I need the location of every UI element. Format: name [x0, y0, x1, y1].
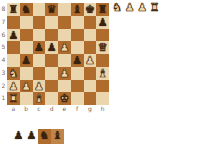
- square-g1[interactable]: [84, 92, 97, 105]
- black-pawn[interactable]: ♟: [96, 16, 109, 29]
- black-knight[interactable]: ♞: [20, 3, 33, 16]
- file-label-h: h: [96, 105, 109, 112]
- white-pawn[interactable]: ♟: [58, 67, 71, 80]
- rank-label-1: 1: [0, 92, 7, 105]
- chess-app: 87654321 ♜♞♛♝♚♜♟♟♟♟♟♛♟♟♟♞♟♝♟♟♟♜♝♚ abcdef…: [0, 0, 200, 150]
- rank-label-5: 5: [0, 41, 7, 54]
- file-label-f: f: [71, 105, 84, 112]
- file-label-a: a: [7, 105, 20, 112]
- square-e3[interactable]: ♟: [58, 67, 71, 80]
- captured-black-pawn: ♟: [12, 129, 25, 144]
- file-label-g: g: [84, 105, 97, 112]
- captured-white-pawn: ♟: [124, 1, 137, 15]
- square-e1[interactable]: ♚: [58, 92, 71, 105]
- square-b4[interactable]: ♟: [20, 54, 33, 67]
- black-queen[interactable]: ♛: [45, 3, 58, 16]
- white-king[interactable]: ♚: [58, 92, 71, 105]
- rank-label-2: 2: [0, 80, 7, 93]
- captured-slot: ♞: [38, 129, 51, 144]
- square-b1[interactable]: [20, 92, 33, 105]
- square-e4[interactable]: [58, 54, 71, 67]
- black-pawn[interactable]: ♟: [20, 54, 33, 67]
- white-pawn[interactable]: ♟: [58, 41, 71, 54]
- captured-white-tray: ♞♟♟♜: [111, 1, 161, 15]
- captured-slot: ♟: [12, 129, 25, 144]
- square-h6[interactable]: [96, 29, 109, 42]
- captured-black-tray: ♟♟♞♝: [12, 129, 64, 144]
- black-rook[interactable]: ♜: [96, 3, 109, 16]
- square-a1[interactable]: ♜: [7, 92, 20, 105]
- square-c2[interactable]: ♟: [33, 80, 46, 93]
- file-label-d: d: [45, 105, 58, 112]
- square-c6[interactable]: [33, 29, 46, 42]
- square-a5[interactable]: [7, 41, 20, 54]
- square-f6[interactable]: [71, 29, 84, 42]
- white-bishop[interactable]: ♝: [33, 92, 46, 105]
- square-h2[interactable]: [96, 80, 109, 93]
- square-e7[interactable]: [58, 16, 71, 29]
- square-d6[interactable]: [45, 29, 58, 42]
- square-h1[interactable]: [96, 92, 109, 105]
- square-h3[interactable]: ♝: [96, 67, 109, 80]
- square-d7[interactable]: [45, 16, 58, 29]
- rank-labels: 87654321: [0, 3, 7, 105]
- white-queen[interactable]: ♛: [96, 41, 109, 54]
- square-g2[interactable]: [84, 80, 97, 93]
- captured-slot: ♟: [25, 129, 38, 144]
- square-f8[interactable]: ♝: [71, 3, 84, 16]
- square-c8[interactable]: [33, 3, 46, 16]
- rank-label-3: 3: [0, 67, 7, 80]
- square-b5[interactable]: [20, 41, 33, 54]
- captured-slot: ♟: [124, 1, 137, 15]
- chess-board: ♜♞♛♝♚♜♟♟♟♟♟♛♟♟♟♞♟♝♟♟♟♜♝♚: [7, 3, 109, 105]
- square-f7[interactable]: [71, 16, 84, 29]
- square-e5[interactable]: ♟: [58, 41, 71, 54]
- captured-slot: ♜: [149, 1, 162, 15]
- square-c7[interactable]: [33, 16, 46, 29]
- captured-white-knight: ♞: [111, 1, 124, 15]
- square-f4[interactable]: ♟: [71, 54, 84, 67]
- square-a3[interactable]: ♞: [7, 67, 20, 80]
- rank-label-8: 8: [0, 3, 7, 16]
- captured-slot: ♝: [51, 129, 64, 144]
- square-c3[interactable]: [33, 67, 46, 80]
- square-f2[interactable]: [71, 80, 84, 93]
- square-a2[interactable]: ♟: [7, 80, 20, 93]
- square-h5[interactable]: ♛: [96, 41, 109, 54]
- captured-black-pawn: ♟: [25, 129, 38, 144]
- file-label-b: b: [20, 105, 33, 112]
- white-pawn[interactable]: ♟: [7, 80, 20, 93]
- square-a6[interactable]: ♟: [7, 29, 20, 42]
- black-rook[interactable]: ♜: [7, 3, 20, 16]
- white-pawn[interactable]: ♟: [33, 80, 46, 93]
- square-e8[interactable]: [58, 3, 71, 16]
- square-g7[interactable]: [84, 16, 97, 29]
- captured-white-rook: ♜: [149, 1, 162, 15]
- square-c1[interactable]: ♝: [33, 92, 46, 105]
- square-d1[interactable]: [45, 92, 58, 105]
- square-d8[interactable]: ♛: [45, 3, 58, 16]
- file-label-e: e: [58, 105, 71, 112]
- rank-label-6: 6: [0, 29, 7, 42]
- white-pawn[interactable]: ♟: [84, 54, 97, 67]
- black-pawn[interactable]: ♟: [33, 41, 46, 54]
- file-label-c: c: [33, 105, 46, 112]
- square-c4[interactable]: [33, 54, 46, 67]
- rank-label-4: 4: [0, 54, 7, 67]
- black-pawn[interactable]: ♟: [45, 41, 58, 54]
- square-a4[interactable]: [7, 54, 20, 67]
- rank-label-7: 7: [0, 16, 7, 29]
- square-b7[interactable]: [20, 16, 33, 29]
- white-rook[interactable]: ♜: [7, 92, 20, 105]
- black-pawn[interactable]: ♟: [71, 54, 84, 67]
- square-g3[interactable]: [84, 67, 97, 80]
- file-labels: abcdefgh: [7, 105, 109, 112]
- square-h8[interactable]: ♜: [96, 3, 109, 16]
- captured-black-bishop: ♝: [51, 129, 64, 144]
- square-f5[interactable]: [71, 41, 84, 54]
- square-f1[interactable]: [71, 92, 84, 105]
- square-d4[interactable]: [45, 54, 58, 67]
- captured-black-knight: ♞: [38, 129, 51, 144]
- square-g8[interactable]: ♚: [84, 3, 97, 16]
- black-bishop[interactable]: ♝: [71, 3, 84, 16]
- square-d2[interactable]: [45, 80, 58, 93]
- white-bishop[interactable]: ♝: [96, 67, 109, 80]
- square-a8[interactable]: ♜: [7, 3, 20, 16]
- square-b2[interactable]: ♟: [20, 80, 33, 93]
- square-h4[interactable]: [96, 54, 109, 67]
- square-g5[interactable]: [84, 41, 97, 54]
- white-knight[interactable]: ♞: [7, 67, 20, 80]
- square-b3[interactable]: [20, 67, 33, 80]
- square-g6[interactable]: [84, 29, 97, 42]
- square-e6[interactable]: [58, 29, 71, 42]
- square-b8[interactable]: ♞: [20, 3, 33, 16]
- square-d5[interactable]: ♟: [45, 41, 58, 54]
- square-h7[interactable]: ♟: [96, 16, 109, 29]
- square-b6[interactable]: [20, 29, 33, 42]
- square-g4[interactable]: ♟: [84, 54, 97, 67]
- white-pawn[interactable]: ♟: [20, 80, 33, 93]
- captured-slot: ♟: [136, 1, 149, 15]
- square-c5[interactable]: ♟: [33, 41, 46, 54]
- black-pawn[interactable]: ♟: [7, 29, 20, 42]
- square-e2[interactable]: [58, 80, 71, 93]
- captured-slot: ♞: [111, 1, 124, 15]
- captured-white-pawn: ♟: [136, 1, 149, 15]
- black-king[interactable]: ♚: [84, 3, 97, 16]
- square-f3[interactable]: [71, 67, 84, 80]
- square-a7[interactable]: [7, 16, 20, 29]
- square-d3[interactable]: [45, 67, 58, 80]
